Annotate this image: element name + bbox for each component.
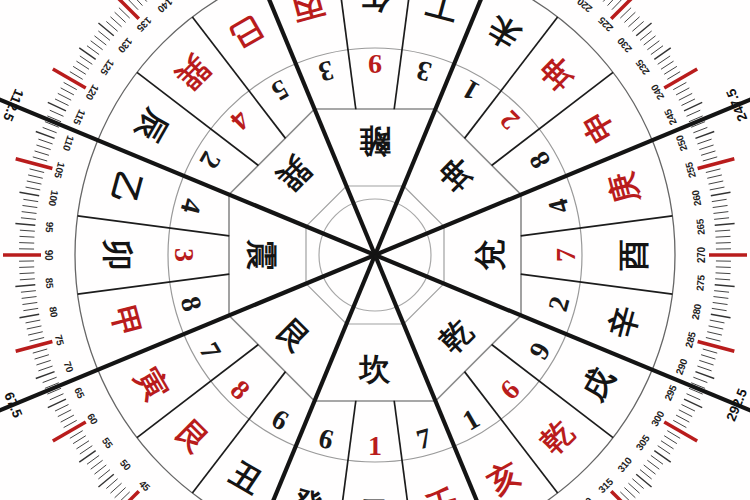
degree-label-220: 220 [576,0,595,13]
mountain-char-巳: 巳 [225,10,267,52]
compass-glyphs: 坎艮震巽離坤兌乾1子6癸6丑8艮7寅8甲3卯4乙2辰4巽5巳3丙9午3丁1未2坤… [0,0,750,500]
degree-label-50: 50 [117,458,131,472]
degree-label-110: 110 [60,134,75,152]
mountain-char-戌: 戌 [577,363,619,405]
mountain-number-酉: 7 [552,248,580,262]
corner-label-292.5: 292.5 [724,387,749,423]
degree-label-120: 120 [84,82,101,101]
degree-label-250: 250 [675,134,690,152]
mountain-number-乙: 4 [175,195,206,216]
mountain-char-卯: 卯 [102,240,133,271]
trigram-兌: 兌 [474,240,505,271]
mountain-number-丑: 6 [266,405,292,436]
degree-label-260: 260 [691,190,704,207]
degree-label-225: 225 [597,15,615,33]
mountain-char-丑: 丑 [225,457,267,499]
mountain-number-壬: 7 [414,424,435,455]
degree-label-45: 45 [137,479,152,494]
mountain-number-乾: 6 [495,375,525,405]
trigram-乾: 乾 [434,314,478,358]
mountain-number-巳: 5 [266,74,292,105]
mountain-char-乾: 乾 [536,416,580,460]
degree-label-60: 60 [85,411,99,425]
degree-label-275: 275 [695,275,706,292]
mountain-char-乙: 乙 [107,169,145,207]
mountain-char-酉: 酉 [618,240,649,271]
trigram-巽: 巽 [272,152,316,196]
degree-label-55: 55 [100,435,114,449]
corner-label-112.5: 112.5 [0,87,25,123]
degree-label-265: 265 [695,218,706,235]
trigram-艮: 艮 [272,314,316,358]
mountain-number-未: 1 [457,74,483,105]
degree-label-315: 315 [597,477,615,495]
degree-label-75: 75 [53,333,65,346]
degree-label-70: 70 [61,360,74,373]
degree-label-290: 290 [675,358,690,376]
trigram-離: 離 [360,126,391,157]
degree-label-310: 310 [617,456,635,475]
mountain-char-坤: 坤 [536,51,580,95]
mountain-number-癸: 6 [315,424,336,455]
degree-label-235: 235 [634,58,651,77]
trigram-坎: 坎 [360,354,391,385]
mountain-number-卯: 3 [170,248,198,262]
mountain-char-寅: 寅 [130,363,172,405]
mountain-char-癸: 癸 [289,485,327,500]
mountain-char-艮: 艮 [171,416,215,460]
mountain-char-午: 午 [360,0,391,13]
mountain-number-辛: 2 [544,294,575,315]
degree-label-105: 105 [52,161,66,179]
degree-label-65: 65 [72,386,86,400]
mountain-number-艮: 8 [225,375,255,405]
degree-label-230: 230 [617,36,635,55]
mountain-number-寅: 7 [194,337,225,363]
mountain-number-子: 1 [368,432,382,460]
mountain-char-亥: 亥 [483,457,525,499]
degree-label-300: 300 [650,409,667,428]
degree-label-295: 295 [663,384,679,403]
degree-label-320: 320 [576,497,595,500]
trigram-震: 震 [246,240,277,271]
degree-label-90: 90 [43,250,53,261]
degree-label-95: 95 [44,221,55,232]
degree-label-80: 80 [47,306,59,318]
degree-label-305: 305 [634,433,651,452]
mountain-char-丁: 丁 [423,0,461,25]
mountain-number-辰: 2 [194,146,225,172]
degree-label-270: 270 [697,247,707,263]
trigram-坤: 坤 [434,152,478,196]
mountain-number-亥: 1 [457,405,483,436]
degree-label-245: 245 [663,108,679,127]
degree-label-115: 115 [71,108,87,126]
mountain-number-戌: 9 [525,337,556,363]
degree-label-240: 240 [650,82,667,101]
mountain-number-庚: 4 [544,195,575,216]
luopan-compass: 坎艮震巽離坤兌乾1子6癸6丑8艮7寅8甲3卯4乙2辰4巽5巳3丙9午3丁1未2坤… [0,0,750,500]
mountain-number-甲: 8 [175,294,206,315]
degree-label-130: 130 [116,36,134,55]
corner-label-247.5: 247.5 [724,87,749,123]
mountain-char-巽: 巽 [171,51,215,95]
mountain-number-坤: 2 [495,105,525,135]
mountain-char-未: 未 [483,10,525,52]
degree-label-255: 255 [684,161,698,179]
mountain-number-申: 8 [525,146,556,172]
degree-label-85: 85 [44,278,55,289]
degree-label-285: 285 [684,331,698,349]
mountain-number-丁: 3 [414,55,435,86]
mountain-char-甲: 甲 [107,303,145,341]
mountain-char-辛: 辛 [605,303,643,341]
degree-label-280: 280 [691,303,704,320]
mountain-char-申: 申 [577,105,619,147]
degree-label-100: 100 [47,190,60,207]
degree-label-140: 140 [156,0,175,13]
mountain-char-庚: 庚 [605,169,643,207]
mountain-char-辰: 辰 [130,105,172,147]
mountain-number-丙: 3 [315,55,336,86]
degree-label-135: 135 [135,15,153,33]
mountain-number-巽: 4 [225,105,255,135]
mountain-char-丙: 丙 [289,0,327,25]
degree-label-125: 125 [98,58,115,77]
mountain-number-午: 9 [368,50,382,78]
mountain-char-壬: 壬 [423,485,461,500]
corner-label-67.5: 67.5 [2,390,25,419]
